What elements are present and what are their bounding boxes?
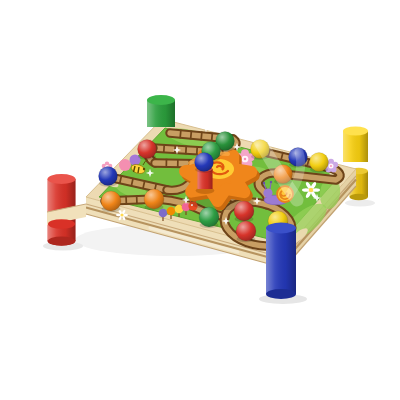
ball-red-2	[234, 201, 254, 222]
floor-shadow	[345, 200, 375, 207]
bead-maze-product-photo	[0, 0, 400, 400]
blue-leg	[266, 223, 296, 300]
toy-scene	[0, 0, 400, 400]
ball-blue-2	[195, 153, 214, 173]
ball-blue-3	[99, 167, 118, 187]
ball-red-1	[138, 140, 157, 160]
sparkle-decal	[195, 109, 203, 117]
red-leg-lower	[48, 219, 75, 245]
ball-red-3	[236, 221, 256, 242]
ball-green-3	[199, 207, 219, 228]
ball-yellow-2	[310, 153, 329, 173]
yellow-leg	[343, 127, 368, 163]
ball-orange-2	[101, 191, 121, 212]
green-leg	[147, 95, 175, 127]
ball-orange-3	[144, 189, 164, 210]
